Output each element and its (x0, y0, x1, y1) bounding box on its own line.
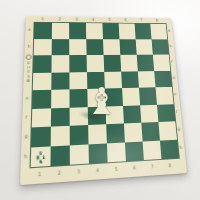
square-e2[interactable] (51, 89, 69, 108)
square-b1[interactable] (34, 39, 52, 56)
square-b7[interactable] (136, 39, 153, 55)
square-d2[interactable] (51, 72, 69, 90)
square-g3[interactable] (70, 125, 89, 145)
square-c4[interactable] (87, 55, 105, 72)
coord-label: 7 (133, 18, 149, 22)
square-a4[interactable] (86, 23, 103, 39)
coord-label: h (22, 146, 29, 167)
square-g2[interactable] (51, 126, 70, 146)
coord-label: 2 (49, 170, 69, 178)
square-b6[interactable] (119, 39, 136, 55)
square-h4[interactable] (89, 143, 108, 164)
square-a8[interactable] (150, 24, 167, 39)
coord-label: a (26, 22, 32, 38)
square-c3[interactable] (69, 55, 87, 72)
coord-label: 7 (143, 164, 161, 171)
coord-label: 2 (51, 17, 68, 21)
coord-label: 5 (107, 166, 126, 173)
white-bishop[interactable]: ♝ (85, 83, 117, 120)
coord-label: e (24, 89, 31, 107)
square-d6[interactable] (121, 71, 139, 88)
square-f6[interactable] (123, 105, 141, 124)
square-d1[interactable] (33, 72, 52, 90)
square-c5[interactable] (104, 55, 122, 72)
brand-circle-icon (25, 55, 31, 60)
square-c1[interactable] (33, 55, 51, 72)
square-g6[interactable] (124, 123, 143, 142)
coord-label: 4 (88, 167, 107, 174)
square-a5[interactable] (102, 23, 119, 39)
square-c8[interactable] (153, 55, 170, 71)
square-a2[interactable] (52, 23, 69, 39)
square-d7[interactable] (138, 71, 156, 88)
coord-label: 6 (125, 165, 143, 172)
square-c6[interactable] (120, 55, 138, 71)
coord-label: 5 (101, 18, 117, 22)
coord-label: 3 (68, 17, 85, 21)
square-a6[interactable] (119, 23, 136, 38)
coord-label: 4 (85, 18, 102, 22)
coord-label: 6 (117, 18, 133, 22)
brand-logo: CHESS (25, 55, 32, 84)
square-g4[interactable] (88, 124, 107, 144)
coord-label: 3 (69, 169, 88, 177)
square-f2[interactable] (51, 107, 70, 126)
square-e7[interactable] (139, 87, 157, 105)
square-a1[interactable] (34, 23, 52, 39)
square-b5[interactable] (103, 39, 120, 55)
square-g7[interactable] (141, 122, 160, 141)
square-g1[interactable] (31, 127, 51, 147)
square-e8[interactable] (156, 87, 174, 104)
square-f1[interactable] (32, 108, 51, 128)
square-g5[interactable] (106, 123, 125, 142)
square-h6[interactable] (125, 141, 144, 161)
square-g8[interactable] (158, 121, 177, 140)
square-c2[interactable] (51, 55, 69, 72)
brand-text: CHESS (26, 61, 31, 83)
square-h3[interactable] (70, 144, 89, 165)
coord-label: g (22, 127, 29, 147)
square-e1[interactable] (32, 90, 51, 109)
square-d8[interactable] (154, 70, 172, 87)
square-f7[interactable] (140, 104, 158, 122)
square-b4[interactable] (86, 39, 103, 55)
square-h2[interactable] (50, 145, 69, 166)
square-c7[interactable] (137, 55, 154, 71)
coord-label: 8 (149, 18, 165, 22)
square-b2[interactable] (52, 39, 70, 55)
square-a7[interactable] (135, 24, 152, 39)
corner-emblem-icon: ♛♜♝♞ (31, 146, 51, 168)
square-h7[interactable] (143, 140, 162, 160)
square-f8[interactable] (157, 104, 175, 122)
square-e6[interactable] (122, 88, 140, 106)
photo-scene: 12345678 12345678 abcdefgh abcdefgh CHES… (0, 0, 200, 200)
square-b8[interactable] (152, 39, 169, 55)
square-h5[interactable] (107, 142, 126, 162)
square-h8[interactable] (160, 139, 179, 159)
coord-label: b (26, 38, 33, 55)
square-h1[interactable]: ♛♜♝♞ (31, 146, 51, 167)
square-a3[interactable] (69, 23, 86, 39)
coord-label: f (23, 108, 30, 127)
coord-label: 1 (34, 17, 51, 21)
square-b3[interactable] (69, 39, 86, 55)
coord-label: 8 (161, 163, 179, 170)
coord-label: 1 (29, 171, 49, 179)
